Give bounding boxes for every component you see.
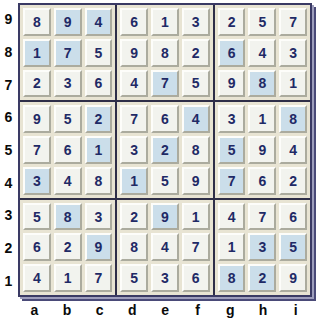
cell-i1[interactable]: 9: [279, 264, 307, 292]
cell-f8[interactable]: 2: [182, 39, 210, 67]
cell-h8[interactable]: 4: [248, 39, 276, 67]
digit-d1: 5: [130, 270, 138, 286]
digit-i4: 2: [289, 173, 297, 189]
cell-h6[interactable]: 1: [248, 105, 276, 133]
cell-d4[interactable]: 1: [120, 167, 148, 195]
digit-e4: 5: [161, 173, 169, 189]
row-label-9: 9: [0, 3, 17, 36]
digit-g6: 3: [228, 111, 236, 127]
col-label-a: a: [18, 301, 51, 319]
cell-c5[interactable]: 1: [85, 136, 113, 164]
cell-e1[interactable]: 3: [151, 264, 179, 292]
cell-a6[interactable]: 9: [23, 105, 51, 133]
cell-d7[interactable]: 4: [120, 70, 148, 98]
digit-d2: 8: [130, 239, 138, 255]
digit-b5: 6: [64, 142, 72, 158]
digit-c5: 1: [95, 142, 103, 158]
row-label-5: 5: [0, 134, 17, 167]
cell-e4[interactable]: 5: [151, 167, 179, 195]
cell-d8[interactable]: 9: [120, 39, 148, 67]
cell-f6[interactable]: 4: [182, 105, 210, 133]
cell-a1[interactable]: 4: [23, 264, 51, 292]
digit-h6: 1: [258, 111, 266, 127]
cell-e8[interactable]: 8: [151, 39, 179, 67]
cell-d6[interactable]: 7: [120, 105, 148, 133]
cell-f4[interactable]: 9: [182, 167, 210, 195]
cell-e5[interactable]: 2: [151, 136, 179, 164]
digit-f3: 1: [192, 209, 200, 225]
digit-i6: 8: [289, 111, 297, 127]
digit-f2: 7: [192, 239, 200, 255]
cell-c4[interactable]: 8: [85, 167, 113, 195]
digit-h2: 3: [258, 239, 266, 255]
cell-a3[interactable]: 5: [23, 203, 51, 231]
cell-b2[interactable]: 2: [54, 233, 82, 261]
row-label-4: 4: [0, 166, 17, 199]
cell-i3[interactable]: 6: [279, 203, 307, 231]
digit-b8: 7: [64, 45, 72, 61]
cell-e6[interactable]: 6: [151, 105, 179, 133]
digit-g7: 9: [228, 75, 236, 91]
digit-d3: 2: [130, 209, 138, 225]
digit-a5: 7: [33, 142, 41, 158]
digit-b7: 3: [64, 75, 72, 91]
digit-c9: 4: [95, 14, 103, 30]
digit-g9: 2: [228, 14, 236, 30]
box-1-1: 764328159: [117, 102, 212, 197]
col-label-i: i: [279, 301, 312, 319]
col-labels: abcdefghi: [18, 301, 312, 319]
digit-h1: 2: [258, 270, 266, 286]
col-label-b: b: [51, 301, 84, 319]
box-2-2: 476135829: [215, 200, 310, 295]
digit-g8: 6: [228, 45, 236, 61]
cell-b3[interactable]: 8: [54, 203, 82, 231]
cell-c8[interactable]: 5: [85, 39, 113, 67]
digit-g4: 7: [228, 173, 236, 189]
cell-g3[interactable]: 4: [218, 203, 246, 231]
digit-c1: 7: [95, 270, 103, 286]
cell-c9[interactable]: 4: [85, 8, 113, 36]
digit-d9: 6: [130, 14, 138, 30]
cell-b4[interactable]: 4: [54, 167, 82, 195]
cell-h4[interactable]: 6: [248, 167, 276, 195]
digit-h4: 6: [258, 173, 266, 189]
cell-h1[interactable]: 2: [248, 264, 276, 292]
cell-c3[interactable]: 3: [85, 203, 113, 231]
col-label-d: d: [116, 301, 149, 319]
digit-i5: 4: [289, 142, 297, 158]
digit-f7: 5: [192, 75, 200, 91]
digit-c7: 6: [95, 75, 103, 91]
row-label-1: 1: [0, 264, 17, 297]
digit-c2: 9: [95, 239, 103, 255]
digit-e2: 4: [161, 239, 169, 255]
cell-i7[interactable]: 1: [279, 70, 307, 98]
cell-i2[interactable]: 5: [279, 233, 307, 261]
digit-e3: 9: [161, 209, 169, 225]
box-0-1: 613982475: [117, 5, 212, 100]
cell-d2[interactable]: 8: [120, 233, 148, 261]
cell-a2[interactable]: 6: [23, 233, 51, 261]
cell-f9[interactable]: 3: [182, 8, 210, 36]
digit-f1: 6: [192, 270, 200, 286]
digit-i3: 6: [289, 209, 297, 225]
digit-a2: 6: [33, 239, 41, 255]
cell-i8[interactable]: 3: [279, 39, 307, 67]
digit-e1: 3: [161, 270, 169, 286]
digit-d6: 7: [130, 111, 138, 127]
digit-c6: 2: [95, 111, 103, 127]
digit-a1: 4: [33, 270, 41, 286]
cell-g4[interactable]: 7: [218, 167, 246, 195]
cell-f7[interactable]: 5: [182, 70, 210, 98]
digit-f9: 3: [192, 14, 200, 30]
box-2-0: 583629417: [20, 200, 115, 295]
digit-e7: 7: [161, 75, 169, 91]
box-0-0: 894175236: [20, 5, 115, 100]
row-label-8: 8: [0, 36, 17, 69]
digit-f4: 9: [192, 173, 200, 189]
cell-b7[interactable]: 3: [54, 70, 82, 98]
cell-d9[interactable]: 6: [120, 8, 148, 36]
digit-i9: 7: [289, 14, 297, 30]
cell-c1[interactable]: 7: [85, 264, 113, 292]
cell-b5[interactable]: 6: [54, 136, 82, 164]
cell-i5[interactable]: 4: [279, 136, 307, 164]
cell-b1[interactable]: 1: [54, 264, 82, 292]
cell-c6[interactable]: 2: [85, 105, 113, 133]
row-label-6: 6: [0, 101, 17, 134]
cell-h7[interactable]: 8: [248, 70, 276, 98]
digit-f6: 4: [192, 111, 200, 127]
cell-g9[interactable]: 2: [218, 8, 246, 36]
cell-d5[interactable]: 3: [120, 136, 148, 164]
cell-f1[interactable]: 6: [182, 264, 210, 292]
digit-a3: 5: [33, 209, 41, 225]
digit-g3: 4: [228, 209, 236, 225]
cell-f2[interactable]: 7: [182, 233, 210, 261]
cell-f3[interactable]: 1: [182, 203, 210, 231]
digit-a9: 8: [33, 14, 41, 30]
cell-c2[interactable]: 9: [85, 233, 113, 261]
sudoku-app: 987654321 894175236613982475257643981952…: [0, 0, 320, 320]
digit-g5: 5: [228, 142, 236, 158]
cell-g7[interactable]: 9: [218, 70, 246, 98]
cell-i6[interactable]: 8: [279, 105, 307, 133]
digit-f8: 2: [192, 45, 200, 61]
digit-e9: 1: [161, 14, 169, 30]
digit-h5: 9: [258, 142, 266, 158]
digit-d5: 3: [130, 142, 138, 158]
digit-c8: 5: [95, 45, 103, 61]
digit-c4: 8: [95, 173, 103, 189]
digit-i8: 3: [289, 45, 297, 61]
cell-h2[interactable]: 3: [248, 233, 276, 261]
digit-h3: 7: [258, 209, 266, 225]
cell-h9[interactable]: 5: [248, 8, 276, 36]
col-label-h: h: [247, 301, 280, 319]
digit-e8: 8: [161, 45, 169, 61]
digit-b4: 4: [64, 173, 72, 189]
digit-g1: 8: [228, 270, 236, 286]
cell-f5[interactable]: 8: [182, 136, 210, 164]
digit-b1: 1: [64, 270, 72, 286]
col-label-e: e: [149, 301, 182, 319]
digit-d4: 1: [130, 173, 138, 189]
cell-g2[interactable]: 1: [218, 233, 246, 261]
cell-g5[interactable]: 5: [218, 136, 246, 164]
col-label-f: f: [181, 301, 214, 319]
cell-c7[interactable]: 6: [85, 70, 113, 98]
cell-e2[interactable]: 4: [151, 233, 179, 261]
digit-d7: 4: [130, 75, 138, 91]
digit-a8: 1: [33, 45, 41, 61]
digit-e5: 2: [161, 142, 169, 158]
cell-a4[interactable]: 3: [23, 167, 51, 195]
digit-i2: 5: [289, 239, 297, 255]
digit-d8: 9: [130, 45, 138, 61]
cell-a9[interactable]: 8: [23, 8, 51, 36]
cell-g8[interactable]: 6: [218, 39, 246, 67]
cell-a5[interactable]: 7: [23, 136, 51, 164]
cell-i9[interactable]: 7: [279, 8, 307, 36]
digit-a6: 9: [33, 111, 41, 127]
cell-e3[interactable]: 9: [151, 203, 179, 231]
row-labels: 987654321: [0, 3, 17, 297]
sudoku-board: 8941752366139824752576439819527613487643…: [18, 3, 312, 297]
cell-e7[interactable]: 7: [151, 70, 179, 98]
cell-h5[interactable]: 9: [248, 136, 276, 164]
cell-a8[interactable]: 1: [23, 39, 51, 67]
col-label-c: c: [83, 301, 116, 319]
digit-c3: 3: [95, 209, 103, 225]
cell-g6[interactable]: 3: [218, 105, 246, 133]
row-label-7: 7: [0, 68, 17, 101]
digit-a7: 2: [33, 75, 41, 91]
digit-b3: 8: [64, 209, 72, 225]
cell-e9[interactable]: 1: [151, 8, 179, 36]
digit-i7: 1: [289, 75, 297, 91]
digit-g2: 1: [228, 239, 236, 255]
digit-b9: 9: [64, 14, 72, 30]
digit-h8: 4: [258, 45, 266, 61]
digit-f5: 8: [192, 142, 200, 158]
cell-g1[interactable]: 8: [218, 264, 246, 292]
cell-b9[interactable]: 9: [54, 8, 82, 36]
cell-i4[interactable]: 2: [279, 167, 307, 195]
row-label-2: 2: [0, 232, 17, 265]
row-label-3: 3: [0, 199, 17, 232]
cell-b8[interactable]: 7: [54, 39, 82, 67]
digit-i1: 9: [289, 270, 297, 286]
digit-h7: 8: [258, 75, 266, 91]
digit-a4: 3: [33, 173, 41, 189]
cell-b6[interactable]: 5: [54, 105, 82, 133]
box-1-0: 952761348: [20, 102, 115, 197]
box-2-1: 291847536: [117, 200, 212, 295]
cell-a7[interactable]: 2: [23, 70, 51, 98]
box-1-2: 318594762: [215, 102, 310, 197]
col-label-g: g: [214, 301, 247, 319]
cell-d1[interactable]: 5: [120, 264, 148, 292]
digit-b6: 5: [64, 111, 72, 127]
cell-d3[interactable]: 2: [120, 203, 148, 231]
digit-e6: 6: [161, 111, 169, 127]
cell-h3[interactable]: 7: [248, 203, 276, 231]
digit-b2: 2: [64, 239, 72, 255]
digit-h9: 5: [258, 14, 266, 30]
box-0-2: 257643981: [215, 5, 310, 100]
